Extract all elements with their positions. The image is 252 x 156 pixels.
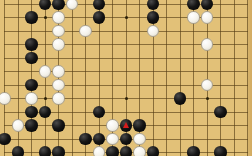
white-stone (133, 146, 145, 156)
white-stone (52, 38, 64, 50)
black-stone (52, 0, 64, 10)
white-stone (25, 92, 37, 104)
grid-line-vertical (220, 0, 221, 156)
white-stone (12, 119, 24, 131)
black-stone (106, 146, 118, 156)
black-stone (52, 146, 64, 156)
black-stone (39, 146, 51, 156)
star-point (125, 16, 128, 19)
grid-line-vertical (72, 0, 73, 156)
black-stone (0, 133, 11, 145)
white-stone (79, 25, 91, 37)
black-stone (39, 0, 51, 10)
grid-line-vertical (45, 0, 46, 156)
black-stone (120, 146, 132, 156)
white-stone (52, 11, 64, 23)
black-stone (25, 11, 37, 23)
white-stone (187, 11, 199, 23)
black-stone (187, 0, 199, 10)
black-stone (147, 146, 159, 156)
white-stone (52, 79, 64, 91)
black-stone (201, 0, 213, 10)
black-stone (187, 146, 199, 156)
last-move-marker (123, 122, 129, 128)
grid-line-vertical (18, 0, 19, 156)
black-stone (174, 92, 186, 104)
black-stone (133, 119, 145, 131)
star-point (44, 16, 47, 19)
black-stone (52, 119, 64, 131)
white-stone (106, 133, 118, 145)
white-stone (106, 119, 118, 131)
white-stone (52, 92, 64, 104)
white-stone (201, 38, 213, 50)
black-stone (214, 106, 226, 118)
star-point (44, 97, 47, 100)
black-stone (214, 146, 226, 156)
black-stone (147, 11, 159, 23)
grid-line-vertical (234, 0, 235, 156)
white-stone (201, 79, 213, 91)
black-stone (25, 52, 37, 64)
white-stone (66, 0, 78, 10)
white-stone (0, 92, 11, 104)
white-stone (93, 146, 105, 156)
black-stone (93, 106, 105, 118)
black-stone (25, 106, 37, 118)
white-stone (52, 65, 64, 77)
black-stone (25, 119, 37, 131)
white-stone (147, 25, 159, 37)
star-point (125, 97, 128, 100)
white-stone (39, 65, 51, 77)
white-stone (201, 11, 213, 23)
go-board[interactable] (0, 0, 252, 156)
black-stone (39, 106, 51, 118)
star-point (206, 97, 209, 100)
black-stone (93, 0, 105, 10)
black-stone (12, 146, 24, 156)
white-stone (52, 25, 64, 37)
black-stone (25, 79, 37, 91)
grid-line-horizontal (4, 31, 248, 32)
black-stone (93, 11, 105, 23)
grid-line-vertical (180, 0, 181, 156)
black-stone (120, 133, 132, 145)
black-stone (79, 133, 91, 145)
grid-line-horizontal (4, 58, 248, 59)
go-board-screenshot (0, 0, 252, 156)
black-stone (147, 0, 159, 10)
black-stone (93, 133, 105, 145)
white-stone (133, 133, 145, 145)
black-stone (25, 38, 37, 50)
grid-line-vertical (166, 0, 167, 156)
board-right-edge-band (248, 0, 252, 156)
